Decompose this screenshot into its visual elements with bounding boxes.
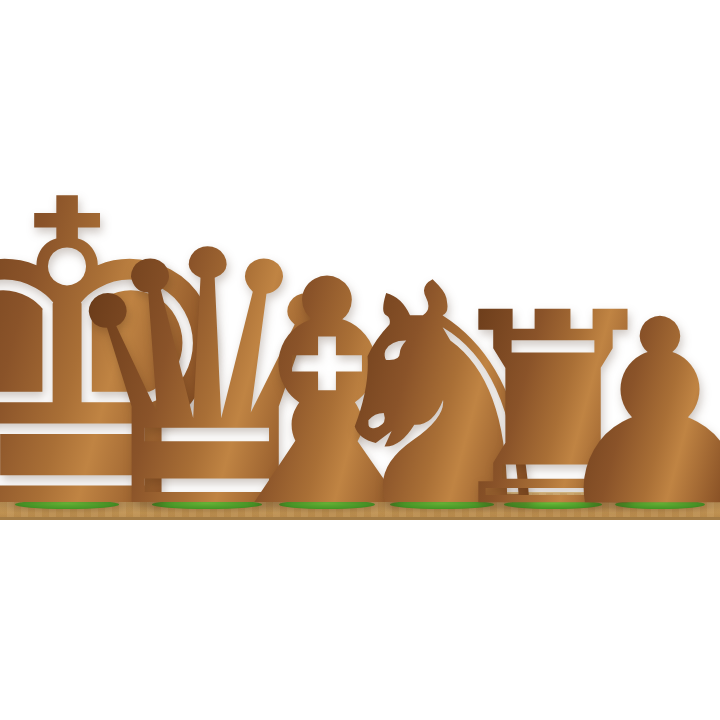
chess-pieces-photo: ♚ ♛ ♝ ♞ ♜ ♟ (0, 0, 720, 720)
pawn-piece: ♟ (546, 286, 720, 541)
